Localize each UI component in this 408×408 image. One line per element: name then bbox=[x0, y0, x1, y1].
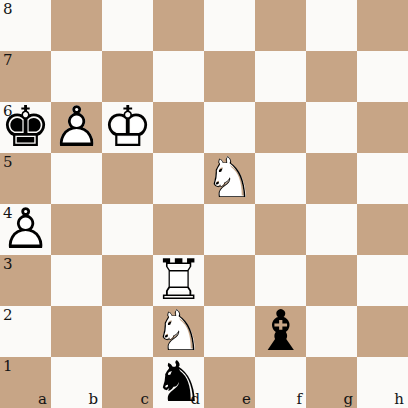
file-label-c: c bbox=[141, 392, 149, 407]
white-knight[interactable]: ♞♘ bbox=[204, 153, 255, 204]
square-b3[interactable] bbox=[51, 255, 102, 306]
square-h1[interactable]: h bbox=[357, 357, 408, 408]
square-e1[interactable]: e bbox=[204, 357, 255, 408]
square-h2[interactable] bbox=[357, 306, 408, 357]
square-g4[interactable] bbox=[306, 204, 357, 255]
square-a3[interactable]: 3 bbox=[0, 255, 51, 306]
white-king-outline: ♔ bbox=[102, 101, 153, 152]
square-c5[interactable] bbox=[102, 153, 153, 204]
chess-board: 876♚♟♙♚♔5♞♘4♟♙3♜♖2♞♘♝1abcd♞efgh bbox=[0, 0, 408, 408]
black-bishop[interactable]: ♝ bbox=[255, 306, 306, 357]
square-c4[interactable] bbox=[102, 204, 153, 255]
square-h3[interactable] bbox=[357, 255, 408, 306]
square-b8[interactable] bbox=[51, 0, 102, 51]
file-label-f: f bbox=[296, 392, 302, 407]
black-knight[interactable]: ♞ bbox=[153, 357, 204, 408]
square-c3[interactable] bbox=[102, 255, 153, 306]
square-b5[interactable] bbox=[51, 153, 102, 204]
square-a8[interactable]: 8 bbox=[0, 0, 51, 51]
square-c2[interactable] bbox=[102, 306, 153, 357]
square-e5[interactable]: ♞♘ bbox=[204, 153, 255, 204]
square-c1[interactable]: c bbox=[102, 357, 153, 408]
square-e7[interactable] bbox=[204, 51, 255, 102]
square-b4[interactable] bbox=[51, 204, 102, 255]
square-f5[interactable] bbox=[255, 153, 306, 204]
square-a6[interactable]: 6♚ bbox=[0, 102, 51, 153]
white-pawn[interactable]: ♟♙ bbox=[51, 102, 102, 153]
rank-label-1: 1 bbox=[3, 359, 13, 374]
rank-label-3: 3 bbox=[3, 257, 13, 272]
square-h8[interactable] bbox=[357, 0, 408, 51]
file-label-g: g bbox=[343, 392, 353, 407]
square-g6[interactable] bbox=[306, 102, 357, 153]
square-e3[interactable] bbox=[204, 255, 255, 306]
rank-label-2: 2 bbox=[3, 308, 13, 323]
square-f1[interactable]: f bbox=[255, 357, 306, 408]
square-a1[interactable]: 1a bbox=[0, 357, 51, 408]
rank-label-5: 5 bbox=[3, 155, 13, 170]
file-label-e: e bbox=[242, 392, 251, 407]
square-g7[interactable] bbox=[306, 51, 357, 102]
square-d1[interactable]: d♞ bbox=[153, 357, 204, 408]
white-king[interactable]: ♚♔ bbox=[102, 102, 153, 153]
black-bishop-glyph: ♝ bbox=[255, 305, 306, 356]
square-e2[interactable] bbox=[204, 306, 255, 357]
square-c6[interactable]: ♚♔ bbox=[102, 102, 153, 153]
white-pawn-outline: ♙ bbox=[51, 101, 102, 152]
black-king[interactable]: ♚ bbox=[0, 102, 51, 153]
square-h4[interactable] bbox=[357, 204, 408, 255]
square-f6[interactable] bbox=[255, 102, 306, 153]
square-d8[interactable] bbox=[153, 0, 204, 51]
square-g5[interactable] bbox=[306, 153, 357, 204]
square-g3[interactable] bbox=[306, 255, 357, 306]
square-g2[interactable] bbox=[306, 306, 357, 357]
file-label-h: h bbox=[394, 392, 404, 407]
black-knight-glyph: ♞ bbox=[153, 356, 204, 407]
square-f2[interactable]: ♝ bbox=[255, 306, 306, 357]
square-h5[interactable] bbox=[357, 153, 408, 204]
square-f7[interactable] bbox=[255, 51, 306, 102]
white-pawn[interactable]: ♟♙ bbox=[0, 204, 51, 255]
square-a2[interactable]: 2 bbox=[0, 306, 51, 357]
square-d6[interactable] bbox=[153, 102, 204, 153]
white-pawn-outline: ♙ bbox=[0, 203, 51, 254]
rank-label-7: 7 bbox=[3, 53, 13, 68]
square-c8[interactable] bbox=[102, 0, 153, 51]
square-h6[interactable] bbox=[357, 102, 408, 153]
square-d5[interactable] bbox=[153, 153, 204, 204]
square-a4[interactable]: 4♟♙ bbox=[0, 204, 51, 255]
rank-label-8: 8 bbox=[3, 2, 13, 17]
file-label-a: a bbox=[38, 392, 47, 407]
square-g8[interactable] bbox=[306, 0, 357, 51]
square-e8[interactable] bbox=[204, 0, 255, 51]
square-g1[interactable]: g bbox=[306, 357, 357, 408]
square-h7[interactable] bbox=[357, 51, 408, 102]
square-b2[interactable] bbox=[51, 306, 102, 357]
square-f4[interactable] bbox=[255, 204, 306, 255]
white-knight-outline: ♘ bbox=[204, 152, 255, 203]
square-b1[interactable]: b bbox=[51, 357, 102, 408]
square-e4[interactable] bbox=[204, 204, 255, 255]
square-b6[interactable]: ♟♙ bbox=[51, 102, 102, 153]
file-label-b: b bbox=[88, 392, 98, 407]
square-f8[interactable] bbox=[255, 0, 306, 51]
black-king-glyph: ♚ bbox=[0, 101, 51, 152]
square-d7[interactable] bbox=[153, 51, 204, 102]
